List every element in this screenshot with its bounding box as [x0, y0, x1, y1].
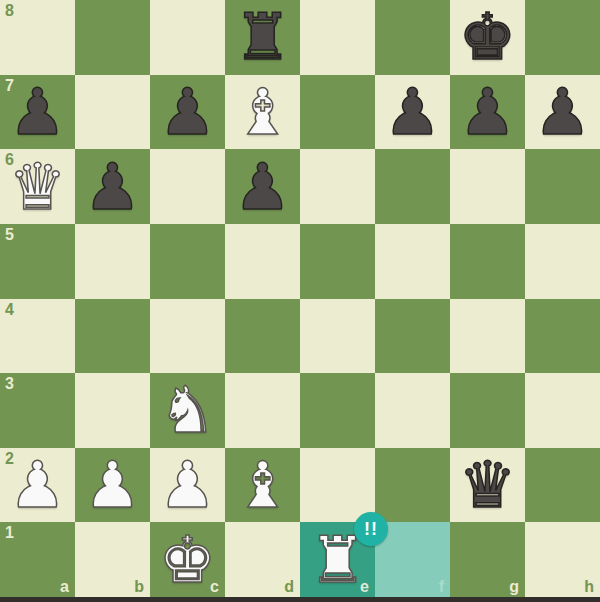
square-h5[interactable]	[525, 224, 600, 299]
square-a2[interactable]: 2♟	[0, 448, 75, 523]
piece-white-bishop-d2[interactable]: ♝	[225, 448, 300, 523]
piece-black-pawn-h7[interactable]: ♟	[525, 75, 600, 150]
piece-white-queen-a6[interactable]: ♛	[0, 149, 75, 224]
square-b8[interactable]	[75, 0, 150, 75]
square-e3[interactable]	[300, 373, 375, 448]
square-b3[interactable]	[75, 373, 150, 448]
square-c3[interactable]: ♞	[150, 373, 225, 448]
square-c7[interactable]: ♟	[150, 75, 225, 150]
square-d8[interactable]: ♜	[225, 0, 300, 75]
file-label-b: b	[134, 578, 144, 596]
square-c4[interactable]	[150, 299, 225, 374]
square-d7[interactable]: ♝	[225, 75, 300, 150]
square-a1[interactable]: 1a	[0, 522, 75, 597]
square-c6[interactable]	[150, 149, 225, 224]
square-a6[interactable]: 6♛	[0, 149, 75, 224]
square-g8[interactable]: ♚	[450, 0, 525, 75]
piece-black-pawn-a7[interactable]: ♟	[0, 75, 75, 150]
square-h2[interactable]	[525, 448, 600, 523]
piece-black-king-g8[interactable]: ♚	[450, 0, 525, 75]
square-g6[interactable]	[450, 149, 525, 224]
square-d1[interactable]: d	[225, 522, 300, 597]
square-d4[interactable]	[225, 299, 300, 374]
square-h3[interactable]	[525, 373, 600, 448]
square-f4[interactable]	[375, 299, 450, 374]
piece-white-pawn-b2[interactable]: ♟	[75, 448, 150, 523]
square-b6[interactable]: ♟	[75, 149, 150, 224]
square-h7[interactable]: ♟	[525, 75, 600, 150]
square-a5[interactable]: 5	[0, 224, 75, 299]
square-e7[interactable]	[300, 75, 375, 150]
piece-white-pawn-a2[interactable]: ♟	[0, 448, 75, 523]
file-label-f: f	[439, 578, 444, 596]
piece-black-pawn-f7[interactable]: ♟	[375, 75, 450, 150]
square-h8[interactable]	[525, 0, 600, 75]
piece-black-rook-d8[interactable]: ♜	[225, 0, 300, 75]
rank-label-3: 3	[5, 375, 14, 393]
square-f8[interactable]	[375, 0, 450, 75]
square-b4[interactable]	[75, 299, 150, 374]
piece-white-king-c1[interactable]: ♚	[150, 522, 225, 597]
square-f5[interactable]	[375, 224, 450, 299]
rank-label-1: 1	[5, 524, 14, 542]
square-a7[interactable]: 7♟	[0, 75, 75, 150]
square-g2[interactable]: ♛	[450, 448, 525, 523]
square-h4[interactable]	[525, 299, 600, 374]
square-e8[interactable]	[300, 0, 375, 75]
piece-black-queen-g2[interactable]: ♛	[450, 448, 525, 523]
square-d6[interactable]: ♟	[225, 149, 300, 224]
square-g3[interactable]	[450, 373, 525, 448]
square-g7[interactable]: ♟	[450, 75, 525, 150]
square-f3[interactable]	[375, 373, 450, 448]
square-c8[interactable]	[150, 0, 225, 75]
square-e4[interactable]	[300, 299, 375, 374]
square-e2[interactable]	[300, 448, 375, 523]
square-a3[interactable]: 3	[0, 373, 75, 448]
chess-board[interactable]: 8♜♚7♟♟♝♟♟♟6♛♟♟543♞2♟♟♟♝♛1abc♚de♜fgh	[0, 0, 600, 597]
piece-black-pawn-c7[interactable]: ♟	[150, 75, 225, 150]
file-label-a: a	[60, 578, 69, 596]
brilliant-move-badge: !!	[354, 512, 388, 546]
piece-white-pawn-c2[interactable]: ♟	[150, 448, 225, 523]
piece-white-bishop-d7[interactable]: ♝	[225, 75, 300, 150]
square-g4[interactable]	[450, 299, 525, 374]
square-g5[interactable]	[450, 224, 525, 299]
rank-label-8: 8	[5, 2, 14, 20]
square-c1[interactable]: c♚	[150, 522, 225, 597]
square-h1[interactable]: h	[525, 522, 600, 597]
rank-label-5: 5	[5, 226, 14, 244]
square-g1[interactable]: g	[450, 522, 525, 597]
square-e5[interactable]	[300, 224, 375, 299]
square-b7[interactable]	[75, 75, 150, 150]
piece-black-pawn-d6[interactable]: ♟	[225, 149, 300, 224]
rank-label-4: 4	[5, 301, 14, 319]
square-h6[interactable]	[525, 149, 600, 224]
square-e6[interactable]	[300, 149, 375, 224]
piece-white-knight-c3[interactable]: ♞	[150, 373, 225, 448]
square-f7[interactable]: ♟	[375, 75, 450, 150]
square-d5[interactable]	[225, 224, 300, 299]
square-c5[interactable]	[150, 224, 225, 299]
square-b1[interactable]: b	[75, 522, 150, 597]
file-label-d: d	[284, 578, 294, 596]
piece-black-pawn-b6[interactable]: ♟	[75, 149, 150, 224]
square-a4[interactable]: 4	[0, 299, 75, 374]
square-c2[interactable]: ♟	[150, 448, 225, 523]
square-f6[interactable]	[375, 149, 450, 224]
file-label-h: h	[584, 578, 594, 596]
chess-app-viewport: 8♜♚7♟♟♝♟♟♟6♛♟♟543♞2♟♟♟♝♛1abc♚de♜fgh !!	[0, 0, 600, 602]
page-background-strip	[0, 597, 600, 602]
square-b5[interactable]	[75, 224, 150, 299]
file-label-g: g	[509, 578, 519, 596]
square-a8[interactable]: 8	[0, 0, 75, 75]
square-d3[interactable]	[225, 373, 300, 448]
square-d2[interactable]: ♝	[225, 448, 300, 523]
square-b2[interactable]: ♟	[75, 448, 150, 523]
square-f2[interactable]	[375, 448, 450, 523]
piece-black-pawn-g7[interactable]: ♟	[450, 75, 525, 150]
